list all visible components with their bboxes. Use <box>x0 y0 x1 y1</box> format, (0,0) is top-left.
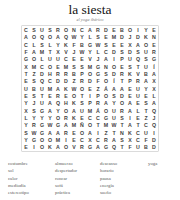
grid-cell: D <box>62 77 70 84</box>
grid-cell: R <box>94 99 102 106</box>
grid-cell: R <box>62 114 70 121</box>
grid-cell: A <box>54 129 62 136</box>
grid-cell: S <box>70 63 78 70</box>
grid-cell: Y <box>110 99 118 106</box>
grid-cell: W <box>94 41 102 48</box>
grid-cell: D <box>102 26 110 33</box>
grid-cell: E <box>118 41 126 48</box>
grid-cell: Ñ <box>78 121 86 128</box>
grid-cell: S <box>118 48 126 55</box>
grid-cell: B <box>78 41 86 48</box>
grid-cell: A <box>22 33 30 40</box>
grid-cell: D <box>118 92 126 99</box>
grid-cell: T <box>134 121 142 128</box>
page-subtitle: el yoga ibérico <box>0 17 180 22</box>
grid-cell: A <box>102 99 110 106</box>
grid-cell: O <box>62 26 70 33</box>
grid-cell: S <box>142 99 150 106</box>
grid-cell: F <box>126 144 134 151</box>
grid-cell: J <box>126 33 134 40</box>
grid-cell: F <box>22 48 30 55</box>
grid-cell: U <box>134 144 142 151</box>
grid-cell: U <box>78 107 86 114</box>
word-search-board: CSUSRONCARDEBOIYEAOQOAQWYLSEMDJDKNCLSLYK… <box>22 26 159 152</box>
grid-cell: T <box>118 144 126 151</box>
grid-cell: N <box>150 33 158 40</box>
grid-cell: V <box>62 48 70 55</box>
grid-cell: S <box>22 129 30 136</box>
grid-cell: E <box>142 92 150 99</box>
grid-cell: E <box>134 99 142 106</box>
grid-cell: E <box>22 144 30 151</box>
grid-cell: G <box>102 144 110 151</box>
grid-cell: S <box>102 70 110 77</box>
word-list-column: descansohorariopausaenergíasueño <box>100 160 148 196</box>
grid-cell: A <box>46 129 54 136</box>
grid-cell: P <box>78 70 86 77</box>
grid-cell: U <box>38 85 46 92</box>
grid-cell: O <box>78 129 86 136</box>
grid-cell: U <box>142 129 150 136</box>
grid-cell: D <box>134 33 142 40</box>
grid-cell: P <box>86 99 94 106</box>
grid-cell: O <box>118 99 126 106</box>
grid-cell: S <box>118 136 126 143</box>
grid-cell: I <box>94 129 102 136</box>
grid-cell: S <box>94 33 102 40</box>
grid-cell: C <box>94 136 102 143</box>
grid-cell: Á <box>102 85 110 92</box>
grid-cell: Q <box>38 33 46 40</box>
grid-cell: E <box>62 92 70 99</box>
grid-cell: H <box>62 99 70 106</box>
grid-cell: T <box>134 63 142 70</box>
grid-cell: R <box>54 26 62 33</box>
grid-cell: U <box>46 55 54 62</box>
grid-cell: J <box>150 114 158 121</box>
grid-cell: A <box>54 144 62 151</box>
grid-cell: W <box>30 129 38 136</box>
grid-cell: A <box>126 107 134 114</box>
grid-cell: C <box>22 41 30 48</box>
grid-cell: X <box>86 136 94 143</box>
grid-cell: A <box>86 129 94 136</box>
grid-cell: I <box>126 114 134 121</box>
grid-cell: O <box>62 107 70 114</box>
grid-cell: O <box>126 26 134 33</box>
grid-cell: E <box>110 26 118 33</box>
grid-cell: W <box>110 121 118 128</box>
grid-cell: W <box>70 85 78 92</box>
grid-cell: O <box>86 70 94 77</box>
grid-cell: O <box>38 144 46 151</box>
grid-cell: J <box>70 48 78 55</box>
grid-cell: M <box>102 121 110 128</box>
grid-cell: L <box>38 55 46 62</box>
grid-cell: C <box>94 114 102 121</box>
grid-cell: T <box>118 121 126 128</box>
grid-cell: T <box>78 92 86 99</box>
word-item: descanso <box>100 160 148 167</box>
grid-cell: G <box>86 41 94 48</box>
grid-cell: E <box>86 85 94 92</box>
grid-cell: W <box>70 33 78 40</box>
grid-cell: Y <box>30 114 38 121</box>
grid-cell: O <box>110 63 118 70</box>
grid-cell: G <box>38 129 46 136</box>
grid-cell: A <box>46 107 54 114</box>
word-list-column: almuerzodespertadorroncarsofápráctica <box>55 160 100 196</box>
grid-cell: R <box>118 70 126 77</box>
grid-cell: O <box>142 41 150 48</box>
grid-cell: U <box>134 92 142 99</box>
grid-cell: B <box>118 26 126 33</box>
grid-cell: O <box>102 92 110 99</box>
grid-cell: C <box>38 63 46 70</box>
grid-cell: E <box>70 55 78 62</box>
grid-cell: I <box>134 26 142 33</box>
word-item: costumbre <box>8 160 55 167</box>
grid-cell: C <box>86 114 94 121</box>
grid-cell: E <box>118 63 126 70</box>
grid-cell: A <box>54 33 62 40</box>
grid-cell: S <box>134 48 142 55</box>
grid-cell: Q <box>150 121 158 128</box>
grid-cell: E <box>70 136 78 143</box>
grid-cell: D <box>126 48 134 55</box>
grid-cell: A <box>46 99 54 106</box>
grid-cell: T <box>22 70 30 77</box>
grid-cell: O <box>30 33 38 40</box>
grid-cell: X <box>54 48 62 55</box>
grid-cell: A <box>54 85 62 92</box>
grid-cell: C <box>142 121 150 128</box>
grid-cell: D <box>54 77 62 84</box>
grid-cell: K <box>62 41 70 48</box>
grid-cell: Z <box>102 129 110 136</box>
grid-cell: X <box>22 63 30 70</box>
grid-cell: Q <box>54 99 62 106</box>
grid-cell: E <box>150 41 158 48</box>
grid-cell: Y <box>54 107 62 114</box>
grid-cell: A <box>118 85 126 92</box>
grid-cell: S <box>30 107 38 114</box>
word-item: sofá <box>55 182 100 189</box>
grid-cell: E <box>126 92 134 99</box>
grid-cell: G <box>150 55 158 62</box>
grid-cell: A <box>134 41 142 48</box>
grid-cell: A <box>102 55 110 62</box>
grid-cell: S <box>142 55 150 62</box>
grid-cell: E <box>70 129 78 136</box>
word-item: estereotipo <box>8 189 55 196</box>
grid-cell: M <box>38 48 46 55</box>
page-title: la siesta <box>0 0 180 17</box>
grid-cell: G <box>102 114 110 121</box>
grid-cell: S <box>38 41 46 48</box>
grid-cell: S <box>110 92 118 99</box>
grid-cell: S <box>30 26 38 33</box>
grid-cell: Á <box>94 107 102 114</box>
grid-cell: D <box>86 77 94 84</box>
grid-cell: C <box>46 77 54 84</box>
grid-cell: W <box>46 121 54 128</box>
grid-cell: K <box>62 85 70 92</box>
grid-cell: Y <box>46 114 54 121</box>
word-item: sueño <box>100 189 148 196</box>
grid-cell: A <box>62 121 70 128</box>
grid-cell: B <box>30 85 38 92</box>
word-item: roncar <box>55 174 100 181</box>
grid-cell: E <box>78 55 86 62</box>
grid-cell: S <box>126 63 134 70</box>
grid-cell: Q <box>150 107 158 114</box>
grid-cell: G <box>22 55 30 62</box>
word-list-column: yoga <box>148 160 178 196</box>
word-item: horario <box>100 167 148 174</box>
grid-cell: J <box>94 55 102 62</box>
grid-cell: R <box>118 107 126 114</box>
grid-cell: G <box>38 121 46 128</box>
grid-cell: Y <box>54 41 62 48</box>
grid-cell: E <box>126 85 134 92</box>
grid-cell: A <box>150 99 158 106</box>
grid-cell: M <box>54 136 62 143</box>
grid-cell: S <box>46 26 54 33</box>
grid-cell: G <box>54 121 62 128</box>
word-list-column: costumbresolcalormediodíaestereotipo <box>8 160 55 196</box>
grid-cell: Z <box>142 114 150 121</box>
grid-cell: R <box>102 136 110 143</box>
grid-cell: A <box>110 136 118 143</box>
grid-cell: Y <box>22 136 30 143</box>
grid-cell: Í <box>150 63 158 70</box>
grid-cell: N <box>70 26 78 33</box>
grid-cell: M <box>110 33 118 40</box>
grid-cell: F <box>142 136 150 143</box>
page: la siesta el yoga ibérico CSUSRONCARDEBO… <box>0 0 180 200</box>
word-item: despertador <box>55 167 100 174</box>
grid-cell: V <box>134 70 142 77</box>
grid-cell: Y <box>22 121 30 128</box>
grid-cell: O <box>46 136 54 143</box>
grid-cell: L <box>94 48 102 55</box>
grid-cell: E <box>102 33 110 40</box>
grid-cell: A <box>126 99 134 106</box>
grid-cell: Í <box>110 77 118 84</box>
grid-cell: R <box>78 144 86 151</box>
grid-cell: Y <box>142 85 150 92</box>
grid-cell: K <box>70 114 78 121</box>
grid-cell: J <box>30 99 38 106</box>
grid-cell: U <box>54 55 62 62</box>
grid-cell: A <box>70 107 78 114</box>
grid-cell: E <box>110 41 118 48</box>
grid-cell: U <box>142 48 150 55</box>
grid-cell: V <box>70 144 78 151</box>
grid-cell: O <box>54 114 62 121</box>
grid-cell: O <box>38 136 46 143</box>
grid-cell: C <box>134 129 142 136</box>
grid-cell: C <box>62 55 70 62</box>
word-item: pausa <box>100 174 148 181</box>
grid-cell: E <box>46 92 54 99</box>
grid-cell: U <box>38 99 46 106</box>
grid-cell: U <box>110 107 118 114</box>
grid-cell: O <box>86 121 94 128</box>
grid-cell: S <box>118 114 126 121</box>
grid-cell: M <box>30 63 38 70</box>
grid-cell: U <box>22 85 30 92</box>
grid-cell: T <box>110 129 118 136</box>
grid-cell: O <box>70 92 78 99</box>
grid-cell: G <box>38 107 46 114</box>
grid-cell: X <box>150 85 158 92</box>
grid-cell: E <box>134 114 142 121</box>
grid-cell: T <box>46 48 54 55</box>
grid-cell: K <box>46 144 54 151</box>
grid-cell: F <box>70 41 78 48</box>
grid-cell: R <box>150 48 158 55</box>
grid-cell: R <box>94 26 102 33</box>
grid-cell: O <box>102 77 110 84</box>
grid-cell: G <box>86 144 94 151</box>
grid-cell: E <box>150 26 158 33</box>
grid-cell: P <box>118 55 126 62</box>
grid-cell: S <box>78 63 86 70</box>
grid-cell: L <box>134 107 142 114</box>
grid-cell: I <box>62 136 70 143</box>
grid-cell: D <box>38 70 46 77</box>
grid-cell: K <box>70 99 78 106</box>
grid-cell: O <box>46 33 54 40</box>
grid-cell: T <box>142 107 150 114</box>
grid-cell: B <box>142 144 150 151</box>
grid-cell: Y <box>86 48 94 55</box>
grid-cell: Z <box>70 77 78 84</box>
grid-cell: G <box>30 136 38 143</box>
grid-cell: U <box>134 85 142 92</box>
grid-cell: L <box>86 33 94 40</box>
grid-cell: Q <box>134 55 142 62</box>
word-list: costumbresolcalormediodíaestereotipoalmu… <box>8 160 180 196</box>
word-item: almuerzo <box>55 160 100 167</box>
grid-cell: F <box>94 77 102 84</box>
grid-cell: Y <box>38 114 46 121</box>
grid-cell: D <box>150 136 158 143</box>
grid-cell: E <box>22 92 30 99</box>
grid-cell: M <box>86 107 94 114</box>
word-item: calor <box>8 174 55 181</box>
grid-cell: M <box>86 63 94 70</box>
grid-cell: Z <box>94 85 102 92</box>
grid-cell: O <box>30 55 38 62</box>
grid-cell: M <box>70 121 78 128</box>
word-item: energía <box>100 182 148 189</box>
grid-cell: Q <box>110 144 118 151</box>
grid-cell: P <box>126 77 134 84</box>
grid-cell: A <box>110 85 118 92</box>
grid-cell: I <box>110 55 118 62</box>
grid-cell: W <box>78 48 86 55</box>
grid-cell: G <box>94 70 102 77</box>
grid-cell: A <box>126 121 134 128</box>
grid-cell: A <box>142 77 150 84</box>
grid-cell: X <box>22 107 30 114</box>
grid-cell: B <box>70 70 78 77</box>
grid-cell: Q <box>38 77 46 84</box>
grid-cell: A <box>150 70 158 77</box>
grid-cell: M <box>46 85 54 92</box>
grid-cell: A <box>30 48 38 55</box>
grid-cell: L <box>22 114 30 121</box>
grid-cell: R <box>62 70 70 77</box>
grid-cell: S <box>30 77 38 84</box>
grid-cell: R <box>134 77 142 84</box>
word-item: mediodía <box>8 182 55 189</box>
grid-cell: P <box>94 92 102 99</box>
grid-cell: I <box>86 92 94 99</box>
grid-cell: D <box>150 144 158 151</box>
grid-cell: Z <box>30 70 38 77</box>
grid-cell: U <box>126 55 134 62</box>
grid-cell: S <box>102 41 110 48</box>
grid-cell: E <box>78 114 86 121</box>
grid-cell: C <box>78 136 86 143</box>
grid-cell: U <box>110 114 118 121</box>
grid-cell: Q <box>62 33 70 40</box>
grid-cell: K <box>126 70 134 77</box>
grid-cell: K <box>126 129 134 136</box>
grid-cell: T <box>118 77 126 84</box>
grid-cell: I <box>150 129 158 136</box>
grid-cell: N <box>102 63 110 70</box>
grid-cell: A <box>94 144 102 151</box>
grid-cell: V <box>86 55 94 62</box>
grid-cell: C <box>102 48 110 55</box>
grid-cell: M <box>62 63 70 70</box>
grid-cell: D <box>118 33 126 40</box>
grid-cell: C <box>22 26 30 33</box>
grid-cell: G <box>94 63 102 70</box>
grid-cell: R <box>30 121 38 128</box>
grid-cell: K <box>142 33 150 40</box>
grid-cell: A <box>86 26 94 33</box>
grid-cell: O <box>46 63 54 70</box>
grid-cell: X <box>150 77 158 84</box>
grid-cell: R <box>78 77 86 84</box>
grid-cell: L <box>150 92 158 99</box>
grid-cell: S <box>78 99 86 106</box>
grid-cell: Y <box>22 99 30 106</box>
word-item: práctica <box>55 189 100 196</box>
grid-cell: H <box>46 70 54 77</box>
grid-cell: Y <box>142 26 150 33</box>
grid-cell: E <box>54 63 62 70</box>
grid-cell: I <box>30 144 38 151</box>
grid-cell: T <box>38 92 46 99</box>
grid-cell: R <box>54 92 62 99</box>
word-item: sol <box>8 167 55 174</box>
grid-cell: R <box>54 70 62 77</box>
grid-cell: D <box>110 48 118 55</box>
grid-cell: U <box>142 63 150 70</box>
grid-cell: E <box>22 77 30 84</box>
grid-cell: T <box>94 121 102 128</box>
grid-cell: U <box>38 26 46 33</box>
grid-cell: Y <box>78 33 86 40</box>
grid-cell: C <box>134 136 142 143</box>
